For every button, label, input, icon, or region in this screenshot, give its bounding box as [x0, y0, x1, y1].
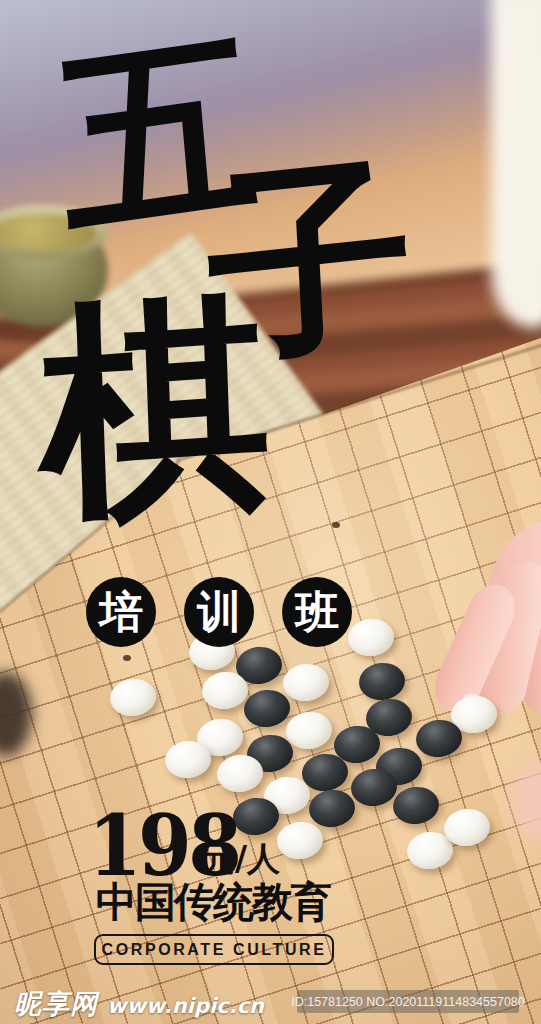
black-stone — [307, 788, 357, 830]
watermark-site-url: www.nipic.cn — [107, 994, 264, 1018]
badge-ban: 班 — [282, 577, 352, 647]
black-stone — [391, 785, 441, 827]
gomoku-training-poster: 五 子 棋 培 训 班 198 元/人 中国传统教育 CORPORATE CUL… — [0, 0, 541, 1024]
black-stone — [242, 688, 292, 730]
white-stone — [108, 677, 158, 719]
badge-pei: 培 — [86, 577, 156, 647]
slogan-text: 中国传统教育 — [96, 882, 330, 923]
watermark-id-text: ID:15781250 NO:20201119114834557080 — [297, 990, 519, 1013]
black-stone — [357, 661, 407, 703]
watermark-logo: 昵享网 www.nipic.cn — [14, 986, 264, 1022]
badge-xun: 训 — [184, 577, 254, 647]
price-unit: 元/人 — [202, 842, 280, 875]
title-char-qi: 棋 — [36, 286, 273, 532]
white-stone — [346, 617, 396, 659]
watermark-site-name: 昵享网 — [14, 986, 98, 1022]
white-stone — [275, 820, 325, 862]
white-stone — [284, 710, 334, 752]
white-stone — [281, 662, 331, 704]
corporate-culture-box: CORPORATE CULTURE — [94, 934, 334, 965]
